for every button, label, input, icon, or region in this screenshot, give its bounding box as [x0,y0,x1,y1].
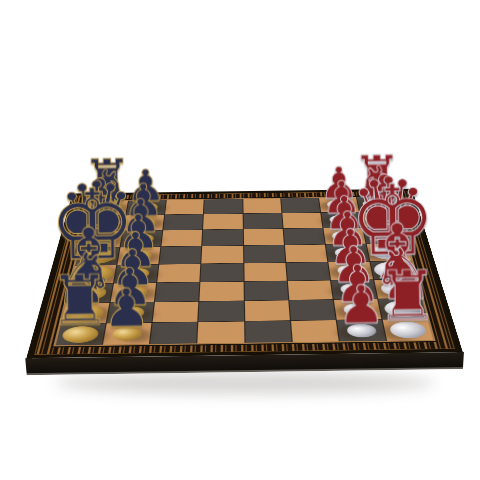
piece-red-knight: ♞ [338,157,423,220]
chess-board-scene: ♜♟♟♜♞♟♟♞♝♟♟♝♛♟♟♛♚♟♟♚♝♟♟♝♞♟♟♞♜♟♟♜ [26,189,462,358]
piece-blue-pawn: ♟ [77,280,177,335]
product-photo-canvas: ♜♟♟♜♞♟♟♞♝♟♟♝♛♟♟♛♚♟♟♚♝♟♟♝♞♟♟♞♜♟♟♜ [0,0,480,480]
piece-red-pawn: ♟ [308,257,405,310]
pieces-layer: ♜♟♟♜♞♟♟♞♝♟♟♝♛♟♟♛♚♟♟♚♝♟♟♝♞♟♟♞♜♟♟♜ [26,189,462,358]
piece-base-red [331,231,358,241]
piece-blue-rook: ♜ [30,265,131,335]
piece-red-rook: ♜ [357,261,458,331]
piece-red-pawn: ♟ [311,277,411,332]
piece-blue-pawn: ♟ [81,260,178,313]
piece-blue-pawn: ♟ [101,177,186,223]
piece-red-rook: ♜ [336,147,419,205]
piece-blue-knight: ♞ [61,161,146,224]
piece-blue-rook: ♜ [66,151,149,209]
piece-blue-pawn: ♟ [98,192,185,239]
scene-tilt: ♜♟♟♜♞♟♟♞♝♟♟♝♛♟♟♛♚♟♟♚♝♟♟♝♞♟♟♞♜♟♟♜ [0,0,480,480]
piece-blue-pawn: ♟ [105,163,188,208]
